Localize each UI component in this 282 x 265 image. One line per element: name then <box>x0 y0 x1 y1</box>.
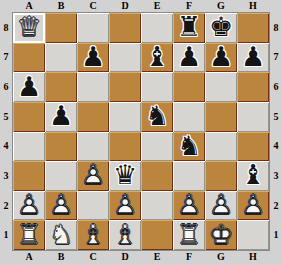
rank-label-5: 5 <box>270 102 282 132</box>
square-d7[interactable] <box>109 43 141 73</box>
square-h7[interactable]: ♟ <box>237 43 269 73</box>
file-label-e: E <box>141 251 173 263</box>
black-pawn-piece: ♟ <box>173 43 205 73</box>
square-e5[interactable]: ♞ <box>141 102 173 132</box>
square-g8[interactable]: ♚ <box>205 13 237 43</box>
square-b2[interactable]: ♟♙ <box>45 191 77 221</box>
square-e3[interactable] <box>141 161 173 191</box>
white-pawn-piece: ♟♙ <box>13 191 45 221</box>
rank-label-2: 2 <box>0 191 12 221</box>
square-e6[interactable] <box>141 72 173 102</box>
file-label-f: F <box>173 0 205 12</box>
square-f3[interactable] <box>173 161 205 191</box>
square-c1[interactable]: ♝♗ <box>77 220 109 250</box>
square-f2[interactable]: ♟♙ <box>173 191 205 221</box>
square-f7[interactable]: ♟ <box>173 43 205 73</box>
file-label-f: F <box>173 251 205 263</box>
square-g2[interactable]: ♟♙ <box>205 191 237 221</box>
square-d5[interactable] <box>109 102 141 132</box>
square-d1[interactable]: ♝♗ <box>109 220 141 250</box>
white-pawn-piece: ♟♙ <box>45 191 77 221</box>
square-a3[interactable] <box>13 161 45 191</box>
white-pawn-piece: ♟♙ <box>205 191 237 221</box>
square-b8[interactable] <box>45 13 77 43</box>
file-label-h: H <box>237 251 269 263</box>
square-c8[interactable] <box>77 13 109 43</box>
rank-label-4: 4 <box>270 132 282 162</box>
rank-labels-right: 87654321 <box>270 13 282 250</box>
file-label-b: B <box>45 251 77 263</box>
black-pawn-piece: ♟ <box>45 102 77 132</box>
square-c5[interactable] <box>77 102 109 132</box>
square-c3[interactable]: ♟♙ <box>77 161 109 191</box>
rank-label-6: 6 <box>0 72 12 102</box>
square-a5[interactable] <box>13 102 45 132</box>
square-a8[interactable]: ♛♕ <box>13 13 45 43</box>
white-king-piece: ♚♔ <box>205 220 237 250</box>
square-d8[interactable] <box>109 13 141 43</box>
file-labels-bottom: ABCDEFGH <box>13 251 269 263</box>
black-knight-piece: ♞ <box>141 102 173 132</box>
rank-label-6: 6 <box>270 72 282 102</box>
square-h4[interactable] <box>237 132 269 162</box>
square-f8[interactable]: ♜ <box>173 13 205 43</box>
square-f1[interactable]: ♜♖ <box>173 220 205 250</box>
square-g6[interactable] <box>205 72 237 102</box>
rank-label-7: 7 <box>270 43 282 73</box>
square-f6[interactable] <box>173 72 205 102</box>
square-g4[interactable] <box>205 132 237 162</box>
file-label-a: A <box>13 0 45 12</box>
white-rook-piece: ♜♖ <box>173 220 205 250</box>
file-labels-top: ABCDEFGH <box>13 0 269 12</box>
file-label-g: G <box>205 0 237 12</box>
square-f4[interactable]: ♞ <box>173 132 205 162</box>
file-label-c: C <box>77 251 109 263</box>
chess-diagram: ABCDEFGH ABCDEFGH 87654321 87654321 ♛♕♜♚… <box>0 0 282 265</box>
white-pawn-piece: ♟♙ <box>109 191 141 221</box>
rank-label-8: 8 <box>270 13 282 43</box>
white-rook-piece: ♜♖ <box>13 220 45 250</box>
file-label-e: E <box>141 0 173 12</box>
black-rook-piece: ♜ <box>173 13 205 43</box>
white-queen-piece: ♛♕ <box>13 13 45 43</box>
square-e1[interactable] <box>141 220 173 250</box>
square-e4[interactable] <box>141 132 173 162</box>
black-pawn-piece: ♟ <box>237 43 269 73</box>
black-pawn-piece: ♟ <box>13 72 45 102</box>
square-g7[interactable]: ♟ <box>205 43 237 73</box>
square-h2[interactable]: ♟♙ <box>237 191 269 221</box>
white-knight-piece: ♞♘ <box>45 220 77 250</box>
file-label-d: D <box>109 251 141 263</box>
rank-label-2: 2 <box>270 191 282 221</box>
square-d6[interactable] <box>109 72 141 102</box>
square-b1[interactable]: ♞♘ <box>45 220 77 250</box>
square-c4[interactable] <box>77 132 109 162</box>
square-c6[interactable] <box>77 72 109 102</box>
file-label-h: H <box>237 0 269 12</box>
file-label-a: A <box>13 251 45 263</box>
white-pawn-piece: ♟♙ <box>173 191 205 221</box>
square-b3[interactable] <box>45 161 77 191</box>
square-d4[interactable] <box>109 132 141 162</box>
rank-label-4: 4 <box>0 132 12 162</box>
square-b5[interactable]: ♟ <box>45 102 77 132</box>
square-h3[interactable]: ♝ <box>237 161 269 191</box>
square-b4[interactable] <box>45 132 77 162</box>
black-pawn-piece: ♟ <box>205 43 237 73</box>
square-e7[interactable]: ♝ <box>141 43 173 73</box>
square-h6[interactable] <box>237 72 269 102</box>
square-d2[interactable]: ♟♙ <box>109 191 141 221</box>
rank-label-5: 5 <box>0 102 12 132</box>
square-a1[interactable]: ♜♖ <box>13 220 45 250</box>
white-bishop-piece: ♝♗ <box>77 220 109 250</box>
square-c2[interactable] <box>77 191 109 221</box>
square-a4[interactable] <box>13 132 45 162</box>
white-bishop-piece: ♝♗ <box>109 220 141 250</box>
square-h1[interactable] <box>237 220 269 250</box>
square-e2[interactable] <box>141 191 173 221</box>
square-a6[interactable]: ♟ <box>13 72 45 102</box>
white-pawn-piece: ♟♙ <box>237 191 269 221</box>
black-bishop-piece: ♝ <box>141 43 173 73</box>
square-h8[interactable] <box>237 13 269 43</box>
square-g1[interactable]: ♚♔ <box>205 220 237 250</box>
square-b7[interactable] <box>45 43 77 73</box>
black-king-piece: ♚ <box>205 13 237 43</box>
rank-labels-left: 87654321 <box>0 13 12 250</box>
square-h5[interactable] <box>237 102 269 132</box>
rank-label-8: 8 <box>0 13 12 43</box>
square-b6[interactable] <box>45 72 77 102</box>
square-f5[interactable] <box>173 102 205 132</box>
square-a7[interactable] <box>13 43 45 73</box>
file-label-c: C <box>77 0 109 12</box>
rank-label-1: 1 <box>270 220 282 250</box>
rank-label-3: 3 <box>270 161 282 191</box>
square-d3[interactable]: ♛ <box>109 161 141 191</box>
rank-label-7: 7 <box>0 43 12 73</box>
black-pawn-piece: ♟ <box>77 43 109 73</box>
black-knight-piece: ♞ <box>173 132 205 162</box>
square-a2[interactable]: ♟♙ <box>13 191 45 221</box>
rank-label-1: 1 <box>0 220 12 250</box>
white-pawn-piece: ♟♙ <box>77 161 109 191</box>
square-c7[interactable]: ♟ <box>77 43 109 73</box>
file-label-d: D <box>109 0 141 12</box>
black-queen-piece: ♛ <box>109 161 141 191</box>
square-e8[interactable] <box>141 13 173 43</box>
file-label-g: G <box>205 251 237 263</box>
chess-board: ♛♕♜♚♟♝♟♟♟♟♟♞♞♟♙♛♝♟♙♟♙♟♙♟♙♟♙♟♙♜♖♞♘♝♗♝♗♜♖♚… <box>12 12 270 251</box>
square-g5[interactable] <box>205 102 237 132</box>
file-label-b: B <box>45 0 77 12</box>
square-g3[interactable] <box>205 161 237 191</box>
rank-label-3: 3 <box>0 161 12 191</box>
black-bishop-piece: ♝ <box>237 161 269 191</box>
